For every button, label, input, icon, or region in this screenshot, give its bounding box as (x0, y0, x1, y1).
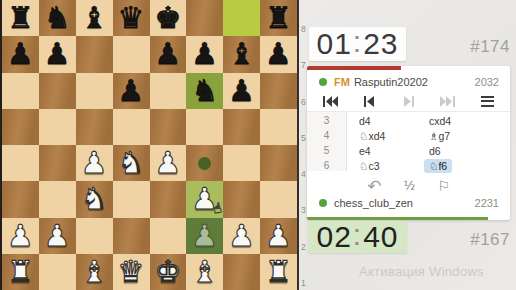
square-f5[interactable] (186, 109, 223, 145)
white-pawn-g2[interactable]: ♟ (228, 221, 255, 251)
white-pawn-c4[interactable]: ♟ (81, 148, 108, 178)
square-d2[interactable] (113, 218, 150, 254)
square-f6[interactable]: ♞ (186, 73, 223, 109)
white-rook-a1[interactable]: ♜ (7, 257, 34, 287)
square-h6[interactable] (260, 73, 297, 109)
square-d8[interactable]: ♛ (113, 0, 150, 36)
square-g3[interactable] (223, 181, 260, 217)
square-f3[interactable]: ♟☝ (186, 181, 223, 217)
square-c6[interactable] (76, 73, 113, 109)
square-b1[interactable] (39, 254, 76, 290)
square-e6[interactable] (150, 73, 187, 109)
square-c2[interactable] (76, 218, 113, 254)
square-h8[interactable]: ♜ (260, 0, 297, 36)
square-g6[interactable]: ♟ (223, 73, 260, 109)
square-e5[interactable] (150, 109, 187, 145)
square-c1[interactable]: ♝ (76, 254, 113, 290)
square-b7[interactable]: ♟ (39, 36, 76, 72)
square-g7[interactable]: ♝ (223, 36, 260, 72)
square-e1[interactable]: ♚ (150, 254, 187, 290)
square-d1[interactable]: ♛ (113, 254, 150, 290)
black-pawn-e7[interactable]: ♟ (154, 39, 181, 69)
square-f1[interactable]: ♝ (186, 254, 223, 290)
square-b4[interactable] (39, 145, 76, 181)
resign-flag-icon[interactable]: ⚐ (437, 179, 450, 193)
black-bishop-c8[interactable]: ♝ (81, 3, 108, 33)
square-b5[interactable] (39, 109, 76, 145)
square-f4[interactable] (186, 145, 223, 181)
move-row-6: 6♘c3♘f6 (307, 158, 510, 173)
white-queen-d1[interactable]: ♛ (118, 257, 145, 287)
black-pawn-h7[interactable]: ♟ (265, 39, 292, 69)
square-h1[interactable]: ♜ (260, 254, 297, 290)
square-e8[interactable]: ♚ (150, 0, 187, 36)
move-row-5: 5e4d6 (307, 143, 510, 158)
square-a1[interactable]: ♜ (2, 254, 39, 290)
square-b8[interactable]: ♞ (39, 0, 76, 36)
move-row-3: 3d4cxd4 (307, 113, 510, 128)
draw-offer-icon[interactable]: ½ (404, 180, 416, 192)
black-queen-d8[interactable]: ♛ (118, 3, 145, 33)
online-status-icon (319, 199, 327, 207)
move-navigation (307, 92, 510, 110)
white-knight-c3[interactable]: ♞ (81, 184, 108, 214)
square-a7[interactable]: ♟ (2, 36, 39, 72)
opponent-name: Rasputin20202 (354, 76, 428, 88)
black-move[interactable]: ♗g7 (424, 129, 455, 143)
move-list[interactable]: 3d4cxd44♘xd4♗g75e4d66♘c3♘f6 (307, 111, 510, 171)
white-pawn-a2[interactable]: ♟ (7, 221, 34, 251)
black-rook-a8[interactable]: ♜ (7, 3, 34, 33)
white-king-e1[interactable]: ♚ (154, 257, 181, 287)
square-b6[interactable] (39, 73, 76, 109)
white-rook-h1[interactable]: ♜ (265, 257, 292, 287)
game-number-top: #174 (470, 37, 510, 57)
square-h3[interactable] (260, 181, 297, 217)
square-b3[interactable] (39, 181, 76, 217)
player-clock-time: 02:40 (316, 220, 398, 254)
black-pawn-f7[interactable]: ♟ (191, 39, 218, 69)
player-clock: 02:40 (308, 221, 407, 253)
first-move-button[interactable] (320, 93, 340, 109)
next-move-button[interactable] (399, 93, 419, 109)
square-a5[interactable] (2, 109, 39, 145)
square-c7[interactable] (76, 36, 113, 72)
game-card: FM Rasputin20202 2032 3d4cxd44♘xd4♗g75 (307, 66, 510, 220)
square-a2[interactable]: ♟ (2, 218, 39, 254)
white-move[interactable]: ♘c3 (354, 159, 385, 173)
square-f8[interactable] (186, 0, 223, 36)
black-move[interactable]: d6 (424, 144, 446, 158)
square-c3[interactable]: ♞ (76, 181, 113, 217)
white-bishop-c1[interactable]: ♝ (81, 257, 108, 287)
square-d5[interactable] (113, 109, 150, 145)
black-bishop-g7[interactable]: ♝ (228, 39, 255, 69)
white-pawn-h2[interactable]: ♟ (265, 221, 292, 251)
square-h5[interactable] (260, 109, 297, 145)
player-name: chess_club_zen (334, 197, 413, 209)
square-a6[interactable] (2, 73, 39, 109)
square-g8[interactable] (223, 0, 260, 36)
game-number-bottom: #167 (470, 230, 510, 250)
move-number: 3 (307, 115, 346, 126)
white-move[interactable]: d4 (354, 114, 376, 128)
white-pawn-e4[interactable]: ♟ (154, 148, 181, 178)
move-row-4: 4♘xd4♗g7 (307, 128, 510, 143)
player-row[interactable]: chess_club_zen 2231 (307, 192, 510, 214)
black-knight-f6[interactable]: ♞ (191, 76, 218, 106)
square-h7[interactable]: ♟ (260, 36, 297, 72)
opponent-rating: 2032 (475, 76, 499, 88)
chess-board[interactable]: ♜♞♝♛♚♜♟♟♟♟♝♟♟♞♟♟♞♟♞♟☝♟♟♟♟♟♜♝♛♚♝♜ (0, 0, 299, 290)
move-number: 5 (307, 145, 346, 156)
square-b2[interactable]: ♟ (39, 218, 76, 254)
menu-icon[interactable] (477, 93, 497, 109)
square-d3[interactable] (113, 181, 150, 217)
square-c8[interactable]: ♝ (76, 0, 113, 36)
square-g5[interactable] (223, 109, 260, 145)
previous-move-button[interactable] (359, 93, 379, 109)
square-a8[interactable]: ♜ (2, 0, 39, 36)
black-king-e8[interactable]: ♚ (154, 3, 181, 33)
player-title-badge: FM (334, 76, 350, 88)
windows-activation-watermark: Активация Windows (359, 264, 484, 279)
opponent-clock-time: 01:23 (316, 27, 398, 61)
rank-label-8: 8 (301, 24, 309, 34)
white-move[interactable]: e4 (354, 144, 376, 158)
rank-label-1: 1 (301, 278, 309, 288)
white-knight-d4[interactable]: ♞ (118, 148, 145, 178)
square-g2[interactable]: ♟ (223, 218, 260, 254)
black-move[interactable]: cxd4 (424, 114, 456, 128)
black-pawn-g6[interactable]: ♟ (228, 76, 255, 106)
legal-move-dot[interactable] (198, 157, 211, 170)
square-e7[interactable]: ♟ (150, 36, 187, 72)
square-g1[interactable] (223, 254, 260, 290)
square-d6[interactable]: ♟ (113, 73, 150, 109)
move-number: 6 (307, 160, 346, 171)
white-bishop-f1[interactable]: ♝ (191, 257, 218, 287)
square-d7[interactable] (113, 36, 150, 72)
move-number: 4 (307, 130, 346, 141)
square-e4[interactable]: ♟ (150, 145, 187, 181)
square-g4[interactable] (223, 145, 260, 181)
player-rating: 2231 (475, 197, 499, 209)
black-rook-h8[interactable]: ♜ (265, 3, 292, 33)
square-e3[interactable] (150, 181, 187, 217)
board-grid[interactable]: ♜♞♝♛♚♜♟♟♟♟♝♟♟♞♟♟♞♟♞♟☝♟♟♟♟♟♜♝♛♚♝♜ (2, 0, 297, 290)
side-panel: 87654321 01:23 #174 FM Rasputin20202 203… (299, 0, 516, 290)
white-pawn-b2[interactable]: ♟ (44, 221, 71, 251)
square-c4[interactable]: ♟ (76, 145, 113, 181)
black-pawn-d6[interactable]: ♟ (118, 76, 145, 106)
last-move-button[interactable] (438, 93, 458, 109)
opponent-row[interactable]: FM Rasputin20202 2032 (307, 71, 510, 93)
square-a4[interactable] (2, 145, 39, 181)
square-e2[interactable] (150, 218, 187, 254)
white-move[interactable]: ♘xd4 (354, 129, 390, 143)
square-f2[interactable]: ♟ (186, 218, 223, 254)
square-a3[interactable] (2, 181, 39, 217)
black-pawn-b7[interactable]: ♟ (44, 39, 71, 69)
black-knight-b8[interactable]: ♞ (44, 3, 71, 33)
opponent-clock: 01:23 (309, 27, 406, 61)
square-c5[interactable] (76, 109, 113, 145)
white-pawn-f2[interactable]: ♟ (191, 221, 218, 251)
square-h2[interactable]: ♟ (260, 218, 297, 254)
online-status-icon (319, 78, 327, 86)
square-h4[interactable] (260, 145, 297, 181)
black-move[interactable]: ♘f6 (424, 159, 452, 173)
square-f7[interactable]: ♟ (186, 36, 223, 72)
opponent-time-bar (307, 66, 401, 70)
black-pawn-a7[interactable]: ♟ (7, 39, 34, 69)
square-d4[interactable]: ♞ (113, 145, 150, 181)
